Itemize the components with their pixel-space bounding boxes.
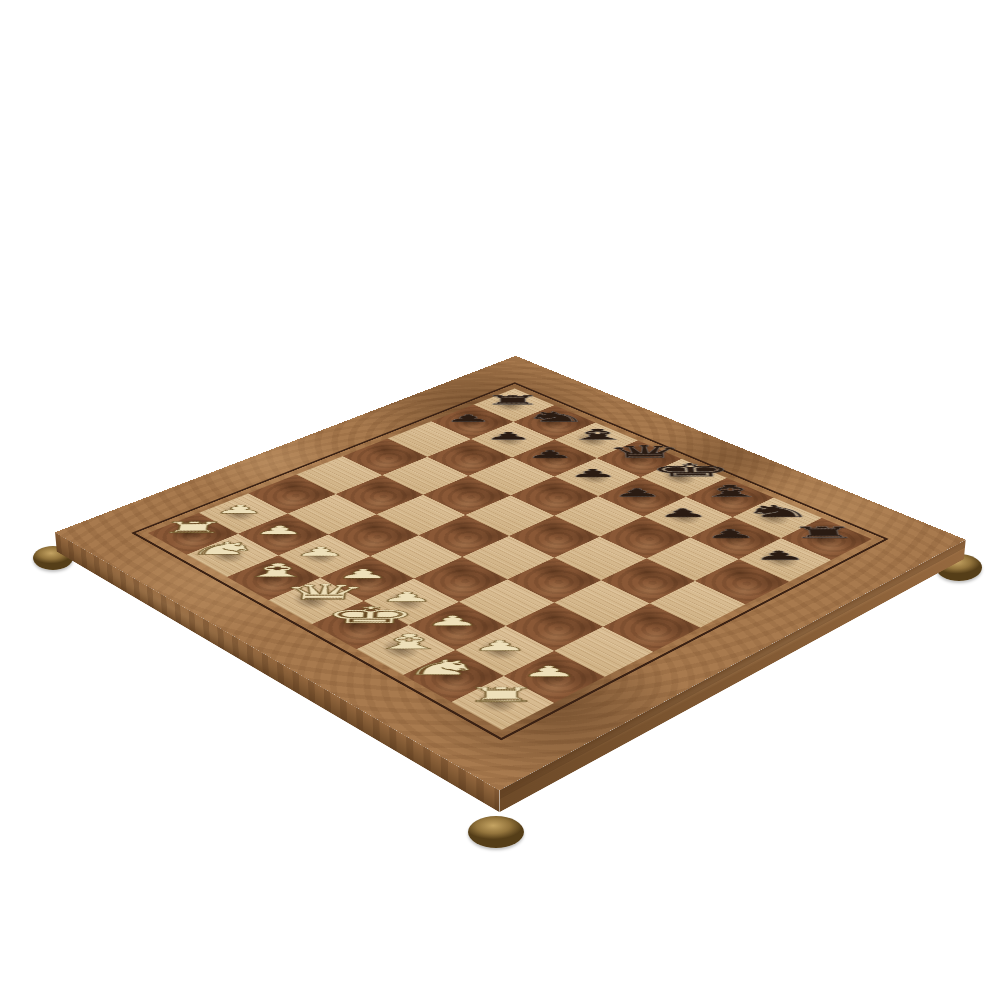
white-pawn-glyph: ♟ — [514, 664, 585, 679]
piece-shadow — [511, 657, 587, 696]
white-pawn-glyph: ♟ — [373, 590, 441, 603]
square-d1[interactable] — [269, 578, 364, 624]
square-h3[interactable] — [554, 627, 653, 677]
square-d2[interactable] — [320, 556, 413, 601]
product-photo-stage: ♜♞♝♛♚♝♞♜♟♟♟♟♟♟♟♟♟♟♟♟♟♟♟♟♜♞♝♛♚♝♞♜ — [0, 0, 1000, 1000]
black-rook-glyph: ♜ — [481, 394, 538, 407]
piece-shadow — [276, 583, 346, 618]
black-bishop-glyph: ♝ — [692, 483, 757, 499]
square-g5[interactable] — [601, 558, 695, 603]
black-pawn-glyph: ♟ — [562, 468, 624, 479]
square-h4[interactable] — [603, 603, 700, 651]
square-e2[interactable] — [364, 579, 459, 625]
white-pawn[interactable]: ♟ — [364, 579, 459, 625]
square-g2[interactable] — [455, 626, 554, 676]
white-rook[interactable]: ♜ — [451, 676, 554, 730]
white-pawn[interactable]: ♟ — [278, 535, 370, 578]
square-h5[interactable] — [650, 581, 746, 628]
chess-board: ♜♞♝♛♚♝♞♜♟♟♟♟♟♟♟♟♟♟♟♟♟♟♟♟♜♞♝♛♚♝♞♜ — [55, 356, 966, 790]
piece-shadow — [416, 607, 488, 643]
piece-shadow — [371, 584, 442, 619]
white-rook-glyph: ♜ — [461, 685, 534, 705]
black-pawn-glyph: ♟ — [698, 528, 764, 540]
white-pawn[interactable]: ♟ — [455, 626, 554, 676]
white-bishop[interactable]: ♝ — [357, 625, 456, 675]
black-rook[interactable]: ♜ — [781, 518, 872, 560]
white-pawn[interactable]: ♟ — [320, 556, 413, 601]
black-pawn-glyph: ♟ — [746, 549, 814, 562]
white-king[interactable]: ♚ — [312, 601, 409, 649]
perspective-scene: ♜♞♝♛♚♝♞♜♟♟♟♟♟♟♟♟♟♟♟♟♟♟♟♟♜♞♝♛♚♝♞♜ — [0, 0, 1000, 1000]
piece-shadow — [319, 606, 391, 642]
square-h1[interactable] — [451, 676, 554, 730]
black-pawn-glyph: ♟ — [606, 487, 669, 498]
white-pawn-glyph: ♟ — [207, 503, 272, 515]
black-rook-glyph: ♜ — [787, 525, 855, 541]
white-pawn-glyph: ♟ — [418, 614, 487, 628]
square-g4[interactable] — [554, 580, 649, 627]
black-pawn-glyph: ♟ — [651, 507, 715, 519]
white-queen-glyph: ♛ — [277, 581, 347, 602]
white-knight-glyph: ♞ — [195, 540, 264, 557]
white-king-glyph: ♚ — [321, 604, 392, 627]
white-bishop[interactable]: ♝ — [227, 555, 320, 600]
white-pawn-glyph: ♟ — [246, 524, 312, 536]
white-bishop-glyph: ♝ — [236, 561, 305, 579]
white-pawn-glyph: ♟ — [287, 545, 354, 557]
square-e1[interactable] — [312, 601, 409, 649]
square-d3[interactable] — [370, 535, 462, 578]
piece-shadow — [459, 682, 536, 723]
piece-shadow — [364, 631, 437, 669]
square-h7[interactable] — [739, 538, 831, 582]
white-rook-glyph: ♜ — [156, 520, 224, 536]
square-h6[interactable] — [695, 559, 789, 604]
white-pawn-glyph: ♟ — [465, 638, 535, 652]
board-edge-near — [55, 532, 499, 812]
piece-shadow — [462, 631, 536, 669]
white-pawn[interactable]: ♟ — [504, 651, 605, 703]
black-knight-glyph: ♞ — [521, 410, 579, 424]
square-f4[interactable] — [507, 558, 601, 603]
black-king-glyph: ♚ — [647, 461, 710, 479]
square-e4[interactable] — [462, 536, 554, 579]
square-g6[interactable] — [646, 537, 738, 580]
black-pawn-glyph: ♟ — [479, 431, 538, 441]
white-knight[interactable]: ♞ — [403, 650, 504, 702]
square-f5[interactable] — [554, 537, 646, 580]
white-pawn[interactable]: ♟ — [409, 602, 506, 650]
piece-shadow — [410, 656, 485, 695]
square-h2[interactable] — [504, 651, 605, 703]
square-f3[interactable] — [459, 579, 554, 626]
white-pawn-glyph: ♟ — [329, 567, 396, 580]
square-f1[interactable] — [357, 625, 456, 675]
black-knight-glyph: ♞ — [739, 503, 805, 519]
square-c2[interactable] — [278, 535, 370, 578]
white-knight[interactable]: ♞ — [187, 534, 279, 577]
black-bishop-glyph: ♝ — [562, 427, 622, 442]
white-bishop-glyph: ♝ — [366, 631, 437, 652]
white-knight-glyph: ♞ — [413, 657, 485, 678]
square-e3[interactable] — [414, 557, 508, 602]
black-queen-glyph: ♛ — [604, 443, 665, 460]
white-queen[interactable]: ♛ — [269, 578, 364, 624]
board-edge-right — [499, 540, 965, 813]
square-g3[interactable] — [506, 603, 603, 651]
square-f2[interactable] — [409, 602, 506, 650]
black-pawn-glyph: ♟ — [520, 449, 580, 460]
square-g1[interactable] — [403, 650, 504, 702]
piece-shadow — [327, 561, 396, 595]
black-pawn[interactable]: ♟ — [739, 538, 831, 582]
black-pawn-glyph: ♟ — [439, 413, 497, 423]
